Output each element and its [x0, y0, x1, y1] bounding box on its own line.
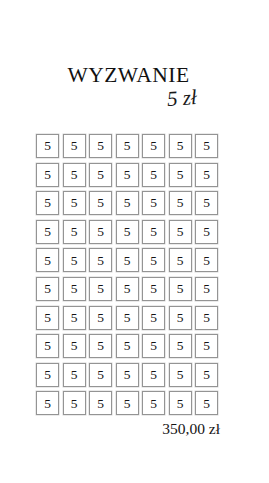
grid-cell[interactable]: 5 — [142, 306, 165, 330]
grid-cell[interactable]: 5 — [63, 248, 86, 272]
grid-cell[interactable]: 5 — [195, 248, 218, 272]
grid-cell[interactable]: 5 — [169, 191, 192, 215]
grid-cell[interactable]: 5 — [36, 220, 59, 244]
grid-cell[interactable]: 5 — [63, 363, 86, 387]
grid-cell[interactable]: 5 — [116, 334, 139, 358]
grid-cell[interactable]: 5 — [89, 306, 112, 330]
grid-cell[interactable]: 5 — [195, 391, 218, 415]
grid-cell[interactable]: 5 — [89, 163, 112, 187]
page-title: WYZWANIE — [0, 63, 257, 88]
grid-cell[interactable]: 5 — [195, 134, 218, 158]
grid-cell[interactable]: 5 — [63, 391, 86, 415]
grid-cell[interactable]: 5 — [169, 248, 192, 272]
grid-cell[interactable]: 5 — [89, 363, 112, 387]
grid-cell[interactable]: 5 — [36, 191, 59, 215]
grid-cell[interactable]: 5 — [169, 363, 192, 387]
grid-cell[interactable]: 5 — [142, 334, 165, 358]
grid-cell[interactable]: 5 — [63, 163, 86, 187]
grid-cell[interactable]: 5 — [195, 363, 218, 387]
grid-cell[interactable]: 5 — [142, 363, 165, 387]
grid-cell[interactable]: 5 — [116, 363, 139, 387]
grid-cell[interactable]: 5 — [89, 220, 112, 244]
grid-cell[interactable]: 5 — [116, 220, 139, 244]
grid-cell[interactable]: 5 — [142, 391, 165, 415]
grid-cell[interactable]: 5 — [195, 220, 218, 244]
challenge-grid: 5555555555555555555555555555555555555555… — [36, 134, 218, 415]
grid-cell[interactable]: 5 — [116, 391, 139, 415]
grid-cell[interactable]: 5 — [142, 220, 165, 244]
grid-cell[interactable]: 5 — [169, 334, 192, 358]
grid-cell[interactable]: 5 — [36, 334, 59, 358]
grid-cell[interactable]: 5 — [142, 277, 165, 301]
grid-cell[interactable]: 5 — [169, 306, 192, 330]
grid-cell[interactable]: 5 — [169, 163, 192, 187]
grid-cell[interactable]: 5 — [116, 277, 139, 301]
grid-cell[interactable]: 5 — [195, 306, 218, 330]
grid-cell[interactable]: 5 — [89, 134, 112, 158]
grid-cell[interactable]: 5 — [116, 191, 139, 215]
grid-cell[interactable]: 5 — [36, 306, 59, 330]
grid-cell[interactable]: 5 — [142, 163, 165, 187]
grid-cell[interactable]: 5 — [89, 248, 112, 272]
grid-cell[interactable]: 5 — [63, 220, 86, 244]
grid-cell[interactable]: 5 — [63, 334, 86, 358]
grid-cell[interactable]: 5 — [36, 163, 59, 187]
grid-cell[interactable]: 5 — [89, 391, 112, 415]
grid-cell[interactable]: 5 — [116, 134, 139, 158]
grid-cell[interactable]: 5 — [63, 191, 86, 215]
grid-cell[interactable]: 5 — [89, 191, 112, 215]
grid-cell[interactable]: 5 — [36, 277, 59, 301]
grid-cell[interactable]: 5 — [169, 220, 192, 244]
grid-cell[interactable]: 5 — [142, 248, 165, 272]
grid-cell[interactable]: 5 — [89, 334, 112, 358]
grid-cell[interactable]: 5 — [169, 277, 192, 301]
grid-cell[interactable]: 5 — [195, 163, 218, 187]
grid-cell[interactable]: 5 — [36, 134, 59, 158]
grid-cell[interactable]: 5 — [195, 191, 218, 215]
grid-cell[interactable]: 5 — [169, 134, 192, 158]
grid-cell[interactable]: 5 — [142, 134, 165, 158]
grid-cell[interactable]: 5 — [63, 277, 86, 301]
grid-cell[interactable]: 5 — [36, 391, 59, 415]
challenge-sheet: WYZWANIE 5 zł 55555555555555555555555555… — [0, 0, 269, 483]
grid-cell[interactable]: 5 — [63, 134, 86, 158]
grid-cell[interactable]: 5 — [195, 277, 218, 301]
grid-cell[interactable]: 5 — [116, 163, 139, 187]
grid-cell[interactable]: 5 — [63, 306, 86, 330]
grid-cell[interactable]: 5 — [116, 248, 139, 272]
grid-cell[interactable]: 5 — [116, 306, 139, 330]
grid-cell[interactable]: 5 — [36, 363, 59, 387]
grid-cell[interactable]: 5 — [89, 277, 112, 301]
grid-cell[interactable]: 5 — [169, 391, 192, 415]
total-amount: 350,00 zł — [162, 420, 220, 438]
grid-cell[interactable]: 5 — [36, 248, 59, 272]
grid-cell[interactable]: 5 — [142, 191, 165, 215]
denomination-label: 5 zł — [166, 85, 197, 112]
grid-cell[interactable]: 5 — [195, 334, 218, 358]
